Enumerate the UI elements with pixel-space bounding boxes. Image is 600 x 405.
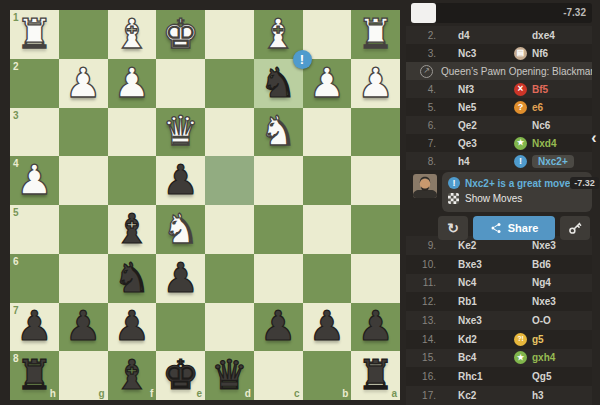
move-row-16: 16.Rhc1Qg5 <box>406 367 592 386</box>
great-move-icon: ! <box>448 177 460 189</box>
black-move-text[interactable]: Ng4 <box>532 277 551 288</box>
square-b3[interactable] <box>303 108 352 157</box>
move-row-17: 17.Kc2h3 <box>406 386 592 405</box>
move-row-6: 6.Qe2Nc6 <box>406 116 592 134</box>
black-knight: ♞ <box>108 254 157 303</box>
white-move[interactable]: Nf3 <box>458 84 514 95</box>
file-label: g <box>98 388 104 399</box>
panel-collapse-handle[interactable]: ‹ <box>588 122 600 154</box>
square-a4[interactable] <box>351 156 400 205</box>
move-row-15: 15.Bc4★gxh4 <box>406 349 592 368</box>
move-row-12: 12.Rb1Nxe3 <box>406 292 592 311</box>
black-move-text[interactable]: Bd6 <box>532 259 551 270</box>
black-move-text[interactable]: gxh4 <box>532 352 555 363</box>
square-f2[interactable]: ♟ <box>108 59 157 108</box>
key-icon <box>568 221 582 235</box>
square-d3[interactable] <box>205 108 254 157</box>
move-row-4: 4.Nf3×Bf5 <box>406 80 592 98</box>
black-move[interactable]: h3 <box>514 390 544 401</box>
square-b7[interactable]: ♟ <box>303 303 352 352</box>
move-number: 16. <box>406 371 436 382</box>
white-move[interactable]: Rb1 <box>458 296 514 307</box>
square-f5[interactable]: ♝ <box>108 205 157 254</box>
black-move[interactable]: dxe4 <box>514 30 555 41</box>
square-h7[interactable]: 7♟ <box>10 303 59 352</box>
white-move[interactable]: Nxe3 <box>458 315 514 326</box>
square-b5[interactable] <box>303 205 352 254</box>
great-icon: ! <box>514 155 527 168</box>
square-e1[interactable]: ♚ <box>156 10 205 59</box>
opening-name: Queen’s Pawn Opening: Blackmar, Bla... <box>441 66 592 77</box>
black-move-text[interactable]: Nxe3 <box>532 240 556 251</box>
white-knight: ♞ <box>254 108 303 157</box>
move-row-8: 8.h4!Nxc2+ <box>406 152 592 170</box>
square-d5[interactable] <box>205 205 254 254</box>
white-move[interactable]: h4 <box>458 156 514 167</box>
white-queen: ♛ <box>156 108 205 157</box>
mistake-icon: ? <box>514 101 527 114</box>
show-moves-label: Show Moves <box>465 193 522 204</box>
black-move[interactable]: ?!g5 <box>514 333 544 346</box>
square-a5[interactable] <box>351 205 400 254</box>
retry-button[interactable]: ↻ <box>438 216 468 240</box>
black-move-text[interactable]: g5 <box>532 334 544 345</box>
move-number: 11. <box>406 277 436 288</box>
square-h6[interactable]: 6 <box>10 254 59 303</box>
move-number: 2. <box>406 30 436 41</box>
rank-label: 5 <box>13 207 19 218</box>
square-h4[interactable]: 4♟ <box>10 156 59 205</box>
square-h2[interactable]: 2 <box>10 59 59 108</box>
black-move-text[interactable]: Nxd4 <box>532 138 556 149</box>
rank-label: 1 <box>13 12 19 23</box>
book-icon: ▤ <box>514 47 527 60</box>
rank-label: 8 <box>13 353 19 364</box>
move-number: 3. <box>406 48 436 59</box>
square-e7[interactable] <box>156 303 205 352</box>
move-number: 14. <box>406 334 436 345</box>
move-list-top: 2.d4dxe43.Nc3▤Nf6↗Queen’s Pawn Opening: … <box>406 26 592 170</box>
black-move-text[interactable]: Qg5 <box>532 371 551 382</box>
square-g5[interactable] <box>59 205 108 254</box>
square-c7[interactable]: ♟ <box>254 303 303 352</box>
square-h1[interactable]: 1♜ <box>10 10 59 59</box>
square-a6[interactable] <box>351 254 400 303</box>
square-c8[interactable]: c <box>254 351 303 400</box>
feedback-eval-badge: -7.32 <box>570 177 599 189</box>
share-button[interactable]: Share <box>473 216 555 240</box>
square-a7[interactable]: ♟ <box>351 303 400 352</box>
black-move[interactable]: ★gxh4 <box>514 351 555 364</box>
white-pawn: ♟ <box>351 59 400 108</box>
square-g3[interactable] <box>59 108 108 157</box>
rank-label: 2 <box>13 61 19 72</box>
square-h3[interactable]: 3 <box>10 108 59 157</box>
move-number: 6. <box>406 120 436 131</box>
black-move[interactable]: Ng4 <box>514 277 551 288</box>
black-bishop: ♝ <box>108 205 157 254</box>
black-move[interactable]: Nxe3 <box>514 296 556 307</box>
white-move[interactable]: Bxe3 <box>458 259 514 270</box>
move-number: 5. <box>406 102 436 113</box>
file-label: h <box>50 388 56 399</box>
file-label: d <box>245 388 251 399</box>
square-c4[interactable] <box>254 156 303 205</box>
retry-icon: ↻ <box>447 221 459 235</box>
eval-row: -7.32 <box>406 0 592 26</box>
chess-board: 1♜♝♚♝♜2♟♟♞!♟♟3♛♞4♟♟5♝♞6♞♟7♟♟♟♟♟♟8h♜gf♝e♚… <box>10 10 400 400</box>
black-move-text[interactable]: Bf5 <box>532 84 548 95</box>
collapse-chevron-icon: ‹ <box>591 129 596 147</box>
rank-label: 3 <box>13 110 19 121</box>
move-number: 10. <box>406 259 436 270</box>
rank-label: 4 <box>13 158 19 169</box>
black-move[interactable]: Bd6 <box>514 259 551 270</box>
white-rook: ♜ <box>351 10 400 59</box>
square-h5[interactable]: 5 <box>10 205 59 254</box>
square-b6[interactable] <box>303 254 352 303</box>
file-label: a <box>391 388 397 399</box>
square-e8[interactable]: e♚ <box>156 351 205 400</box>
square-d4[interactable] <box>205 156 254 205</box>
black-move[interactable]: Qg5 <box>514 371 551 382</box>
black-move-text[interactable]: Nc6 <box>532 120 550 131</box>
square-d6[interactable] <box>205 254 254 303</box>
square-f8[interactable]: f♝ <box>108 351 157 400</box>
black-pawn: ♟ <box>156 156 205 205</box>
white-move[interactable]: Qe2 <box>458 120 514 131</box>
square-h8[interactable]: 8h♜ <box>10 351 59 400</box>
move-row-11: 11.Nc4Ng4 <box>406 274 592 293</box>
move-number: 4. <box>406 84 436 95</box>
square-a1[interactable]: ♜ <box>351 10 400 59</box>
move-number: 17. <box>406 390 436 401</box>
black-move[interactable]: ?e6 <box>514 101 543 114</box>
white-move[interactable]: Nc4 <box>458 277 514 288</box>
white-move[interactable]: Ke2 <box>458 240 514 251</box>
callout-buttons: ↻ Share <box>438 216 590 240</box>
black-pawn: ♟ <box>351 303 400 352</box>
checkerboard-icon <box>448 193 459 204</box>
black-move-text[interactable]: O-O <box>532 315 551 326</box>
white-move[interactable]: Rhc1 <box>458 371 514 382</box>
square-f3[interactable] <box>108 108 157 157</box>
black-move-text[interactable]: e6 <box>532 102 543 113</box>
square-a3[interactable] <box>351 108 400 157</box>
black-move[interactable]: ▤Nf6 <box>514 47 548 60</box>
opening-row[interactable]: ↗Queen’s Pawn Opening: Blackmar, Bla... <box>406 62 592 80</box>
white-move[interactable]: Bc4 <box>458 352 514 363</box>
black-move[interactable]: Nc6 <box>514 120 550 131</box>
black-move-text[interactable]: Nxe3 <box>532 296 556 307</box>
square-d8[interactable]: d♛ <box>205 351 254 400</box>
move-feedback-callout: ! Nxc2+ is a great move -7.32 Show Moves… <box>406 170 592 236</box>
square-d1[interactable] <box>205 10 254 59</box>
move-list-bottom: 9.Ke2Nxe310.Bxe3Bd611.Nc4Ng412.Rb1Nxe313… <box>406 236 592 405</box>
square-b8[interactable]: b <box>303 351 352 400</box>
square-b1[interactable] <box>303 10 352 59</box>
opening-compass-icon: ↗ <box>420 65 433 78</box>
blunder-icon: × <box>514 83 527 96</box>
black-move-text[interactable]: dxe4 <box>532 30 555 41</box>
key-button[interactable] <box>560 216 590 240</box>
black-move-text[interactable]: Nxc2+ <box>532 155 574 168</box>
white-pawn: ♟ <box>303 59 352 108</box>
black-move-text[interactable]: Nf6 <box>532 48 548 59</box>
square-e6[interactable]: ♟ <box>156 254 205 303</box>
square-a8[interactable]: a♜ <box>351 351 400 400</box>
white-pawn: ♟ <box>59 59 108 108</box>
black-pawn: ♟ <box>108 303 157 352</box>
square-c3[interactable]: ♞ <box>254 108 303 157</box>
rank-label: 6 <box>13 256 19 267</box>
square-g8[interactable]: g <box>59 351 108 400</box>
share-label: Share <box>508 222 539 234</box>
black-move[interactable]: ×Bf5 <box>514 83 548 96</box>
move-row-14: 14.Kd2?!g5 <box>406 330 592 349</box>
square-f4[interactable] <box>108 156 157 205</box>
rank-label: 7 <box>13 305 19 316</box>
square-e4[interactable]: ♟ <box>156 156 205 205</box>
square-c5[interactable] <box>254 205 303 254</box>
black-move[interactable]: Nxe3 <box>514 240 556 251</box>
square-a2[interactable]: ♟ <box>351 59 400 108</box>
square-d2[interactable] <box>205 59 254 108</box>
white-knight: ♞ <box>156 205 205 254</box>
white-move[interactable]: Nc3 <box>458 48 514 59</box>
move-row-10: 10.Bxe3Bd6 <box>406 255 592 274</box>
square-c6[interactable] <box>254 254 303 303</box>
file-label: e <box>196 388 202 399</box>
file-label: c <box>294 388 300 399</box>
app-window: 1♜♝♚♝♜2♟♟♞!♟♟3♛♞4♟♟5♝♞6♞♟7♟♟♟♟♟♟8h♜gf♝e♚… <box>0 0 600 405</box>
black-pawn: ♟ <box>59 303 108 352</box>
show-moves-button[interactable]: Show Moves <box>448 193 586 204</box>
move-number: 12. <box>406 296 436 307</box>
move-number: 7. <box>406 138 436 149</box>
square-g4[interactable] <box>59 156 108 205</box>
player-avatar <box>413 174 437 198</box>
move-row-7: 7.Qe3★Nxd4 <box>406 134 592 152</box>
move-number: 9. <box>406 240 436 251</box>
move-row-13: 13.Nxe3O-O <box>406 311 592 330</box>
white-pawn: ♟ <box>108 59 157 108</box>
square-f6[interactable]: ♞ <box>108 254 157 303</box>
square-f1[interactable]: ♝ <box>108 10 157 59</box>
best-icon: ★ <box>514 351 527 364</box>
square-d7[interactable] <box>205 303 254 352</box>
square-c2[interactable]: ♞! <box>254 59 303 108</box>
file-label: b <box>342 388 348 399</box>
feedback-bubble: ! Nxc2+ is a great move -7.32 Show Moves <box>442 172 592 212</box>
square-e5[interactable]: ♞ <box>156 205 205 254</box>
square-b4[interactable] <box>303 156 352 205</box>
eval-score: -7.32 <box>563 3 586 23</box>
white-move[interactable]: Ne5 <box>458 102 514 113</box>
square-f7[interactable]: ♟ <box>108 303 157 352</box>
black-move-text[interactable]: h3 <box>532 390 544 401</box>
move-row-5: 5.Ne5?e6 <box>406 98 592 116</box>
move-number: 15. <box>406 352 436 363</box>
white-move[interactable]: Kc2 <box>458 390 514 401</box>
black-pawn: ♟ <box>254 303 303 352</box>
black-move[interactable]: ★Nxd4 <box>514 137 556 150</box>
analysis-panel: -7.32 2.d4dxe43.Nc3▤Nf6↗Queen’s Pawn Ope… <box>406 0 592 405</box>
eval-bar: -7.32 <box>411 3 592 23</box>
move-row-3: 3.Nc3▤Nf6 <box>406 44 592 62</box>
square-e3[interactable]: ♛ <box>156 108 205 157</box>
eval-white-segment <box>411 3 436 23</box>
white-move[interactable]: Kd2 <box>458 334 514 345</box>
move-number: 8. <box>406 156 436 167</box>
share-icon <box>490 222 502 234</box>
square-g7[interactable]: ♟ <box>59 303 108 352</box>
white-move[interactable]: d4 <box>458 30 514 41</box>
white-king: ♚ <box>156 10 205 59</box>
square-e2[interactable] <box>156 59 205 108</box>
great-move-badge: ! <box>293 50 312 69</box>
square-g2[interactable]: ♟ <box>59 59 108 108</box>
file-label: f <box>150 388 153 399</box>
square-g1[interactable] <box>59 10 108 59</box>
black-pawn: ♟ <box>156 254 205 303</box>
black-move[interactable]: O-O <box>514 315 551 326</box>
black-pawn: ♟ <box>303 303 352 352</box>
inaccuracy-icon: ?! <box>514 333 527 346</box>
move-row-2: 2.d4dxe4 <box>406 26 592 44</box>
feedback-text: Nxc2+ is a great move <box>465 178 570 189</box>
white-bishop: ♝ <box>108 10 157 59</box>
square-g6[interactable] <box>59 254 108 303</box>
best-icon: ★ <box>514 137 527 150</box>
black-move[interactable]: !Nxc2+ <box>514 155 574 168</box>
white-move[interactable]: Qe3 <box>458 138 514 149</box>
move-number: 13. <box>406 315 436 326</box>
square-b2[interactable]: ♟ <box>303 59 352 108</box>
